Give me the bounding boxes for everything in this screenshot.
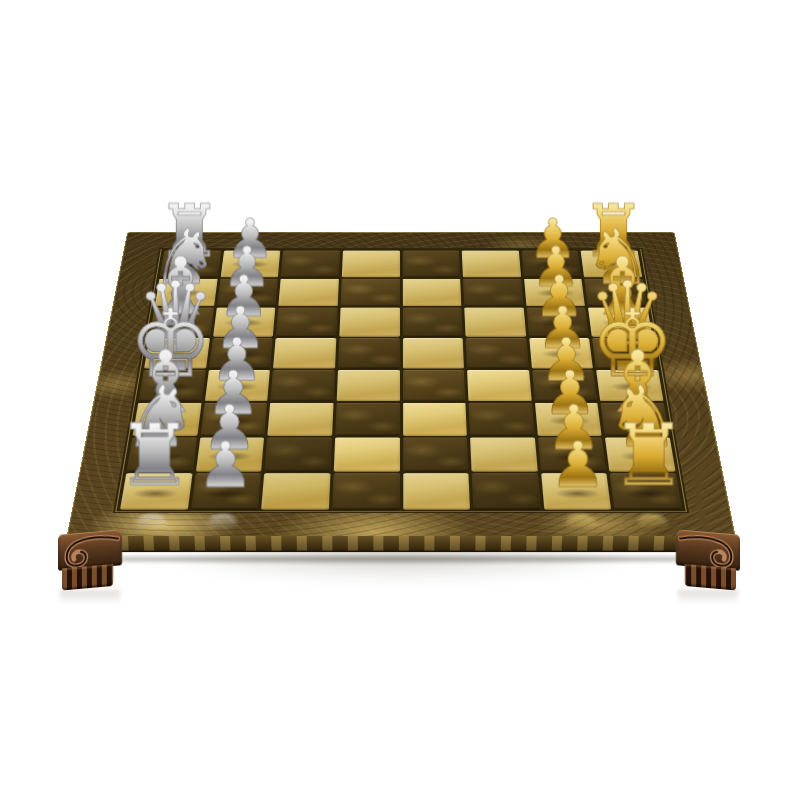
piece-reflection bbox=[636, 514, 667, 532]
piece-reflection bbox=[135, 514, 166, 532]
pawn-glyph: ♟ bbox=[549, 433, 605, 496]
board-foot-front-left bbox=[58, 529, 122, 591]
foot-fluting bbox=[685, 564, 736, 591]
piece-reflection bbox=[565, 514, 596, 532]
chess-board: ♜♟♟♜♞♟♟♞♝♟♟♝♛♟♟♛♚♟♟♚♝♟♟♝♞♟♟♞♜♟♟♜ bbox=[67, 232, 736, 536]
product-photo-stage: ♜♟♟♜♞♟♟♞♝♟♟♝♛♟♟♛♚♟♟♚♝♟♟♝♞♟♟♞♜♟♟♜ bbox=[0, 0, 800, 800]
rook-glyph: ♜ bbox=[116, 413, 192, 498]
perspective-scene: ♜♟♟♜♞♟♟♞♝♟♟♝♛♟♟♛♚♟♟♚♝♟♟♝♞♟♟♞♜♟♟♜ bbox=[0, 0, 800, 800]
pawn-glyph: ♟ bbox=[197, 433, 253, 496]
board-foot-front-right bbox=[676, 529, 740, 591]
foot-fluting bbox=[62, 564, 113, 591]
board-front-edge bbox=[67, 536, 736, 553]
piece-reflection bbox=[207, 514, 238, 532]
rook-glyph: ♜ bbox=[610, 413, 686, 498]
